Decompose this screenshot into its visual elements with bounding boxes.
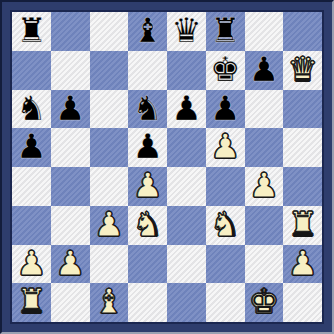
square-a6[interactable]: ♞ xyxy=(12,90,51,129)
square-b7[interactable] xyxy=(51,51,90,90)
square-g3[interactable] xyxy=(245,206,284,245)
piece-black-pawn[interactable]: ♟ xyxy=(171,90,201,128)
square-d1[interactable] xyxy=(128,283,167,322)
piece-black-rook[interactable]: ♜ xyxy=(210,12,240,50)
square-h1[interactable] xyxy=(283,283,322,322)
square-b4[interactable] xyxy=(51,167,90,206)
square-e7[interactable] xyxy=(167,51,206,90)
square-h2[interactable]: ♟ xyxy=(283,245,322,284)
piece-white-rook[interactable]: ♜ xyxy=(16,283,46,321)
square-a8[interactable]: ♜ xyxy=(12,12,51,51)
square-h6[interactable] xyxy=(283,90,322,129)
square-d7[interactable] xyxy=(128,51,167,90)
square-c5[interactable] xyxy=(90,128,129,167)
piece-black-knight[interactable]: ♞ xyxy=(132,90,162,128)
square-h5[interactable] xyxy=(283,128,322,167)
piece-black-knight[interactable]: ♞ xyxy=(16,90,46,128)
square-d6[interactable]: ♞ xyxy=(128,90,167,129)
square-a1[interactable]: ♜ xyxy=(12,283,51,322)
square-h7[interactable]: ♛ xyxy=(283,51,322,90)
square-h4[interactable] xyxy=(283,167,322,206)
square-e8[interactable]: ♛ xyxy=(167,12,206,51)
square-e5[interactable] xyxy=(167,128,206,167)
piece-white-pawn[interactable]: ♟ xyxy=(16,245,46,283)
board-frame: ♜♝♛♜♚♟♛♞♟♞♟♟♟♟♟♟♟♟♞♞♜♟♟♟♜♝♚ xyxy=(0,0,334,334)
piece-white-king[interactable]: ♚ xyxy=(249,283,279,321)
piece-black-pawn[interactable]: ♟ xyxy=(210,90,240,128)
piece-white-pawn[interactable]: ♟ xyxy=(249,167,279,205)
square-e1[interactable] xyxy=(167,283,206,322)
square-f4[interactable] xyxy=(206,167,245,206)
square-g5[interactable] xyxy=(245,128,284,167)
piece-black-king[interactable]: ♚ xyxy=(210,51,240,89)
square-f2[interactable] xyxy=(206,245,245,284)
square-g6[interactable] xyxy=(245,90,284,129)
square-d2[interactable] xyxy=(128,245,167,284)
square-b5[interactable] xyxy=(51,128,90,167)
piece-white-bishop[interactable]: ♝ xyxy=(94,283,124,321)
square-f7[interactable]: ♚ xyxy=(206,51,245,90)
square-d5[interactable]: ♟ xyxy=(128,128,167,167)
square-g8[interactable] xyxy=(245,12,284,51)
piece-black-pawn[interactable]: ♟ xyxy=(16,128,46,166)
piece-white-rook[interactable]: ♜ xyxy=(287,206,317,244)
piece-white-pawn[interactable]: ♟ xyxy=(132,167,162,205)
square-f8[interactable]: ♜ xyxy=(206,12,245,51)
piece-black-pawn[interactable]: ♟ xyxy=(132,128,162,166)
square-f6[interactable]: ♟ xyxy=(206,90,245,129)
piece-white-knight[interactable]: ♞ xyxy=(210,206,240,244)
square-e3[interactable] xyxy=(167,206,206,245)
square-g2[interactable] xyxy=(245,245,284,284)
square-c2[interactable] xyxy=(90,245,129,284)
square-d3[interactable]: ♞ xyxy=(128,206,167,245)
piece-black-rook[interactable]: ♜ xyxy=(16,12,46,50)
piece-white-pawn[interactable]: ♟ xyxy=(287,245,317,283)
square-g7[interactable]: ♟ xyxy=(245,51,284,90)
piece-white-knight[interactable]: ♞ xyxy=(132,206,162,244)
piece-white-pawn[interactable]: ♟ xyxy=(94,206,124,244)
square-b2[interactable]: ♟ xyxy=(51,245,90,284)
square-f5[interactable]: ♟ xyxy=(206,128,245,167)
square-c4[interactable] xyxy=(90,167,129,206)
square-b3[interactable] xyxy=(51,206,90,245)
square-b8[interactable] xyxy=(51,12,90,51)
square-h3[interactable]: ♜ xyxy=(283,206,322,245)
square-e2[interactable] xyxy=(167,245,206,284)
piece-white-queen[interactable]: ♛ xyxy=(287,51,317,89)
square-g4[interactable]: ♟ xyxy=(245,167,284,206)
square-d4[interactable]: ♟ xyxy=(128,167,167,206)
square-a4[interactable] xyxy=(12,167,51,206)
square-h8[interactable] xyxy=(283,12,322,51)
piece-black-bishop[interactable]: ♝ xyxy=(132,12,162,50)
square-c6[interactable] xyxy=(90,90,129,129)
square-a2[interactable]: ♟ xyxy=(12,245,51,284)
piece-white-pawn[interactable]: ♟ xyxy=(210,128,240,166)
square-c7[interactable] xyxy=(90,51,129,90)
chess-board: ♜♝♛♜♚♟♛♞♟♞♟♟♟♟♟♟♟♟♞♞♜♟♟♟♜♝♚ xyxy=(12,12,322,322)
square-e4[interactable] xyxy=(167,167,206,206)
piece-black-pawn[interactable]: ♟ xyxy=(55,90,85,128)
square-e6[interactable]: ♟ xyxy=(167,90,206,129)
piece-black-pawn[interactable]: ♟ xyxy=(249,51,279,89)
square-d8[interactable]: ♝ xyxy=(128,12,167,51)
square-a7[interactable] xyxy=(12,51,51,90)
square-f3[interactable]: ♞ xyxy=(206,206,245,245)
square-a5[interactable]: ♟ xyxy=(12,128,51,167)
board-rim: ♜♝♛♜♚♟♛♞♟♞♟♟♟♟♟♟♟♟♞♞♜♟♟♟♜♝♚ xyxy=(10,10,324,324)
piece-white-pawn[interactable]: ♟ xyxy=(55,245,85,283)
square-b1[interactable] xyxy=(51,283,90,322)
square-a3[interactable] xyxy=(12,206,51,245)
piece-black-queen[interactable]: ♛ xyxy=(171,12,201,50)
square-g1[interactable]: ♚ xyxy=(245,283,284,322)
square-c8[interactable] xyxy=(90,12,129,51)
square-c1[interactable]: ♝ xyxy=(90,283,129,322)
square-f1[interactable] xyxy=(206,283,245,322)
square-b6[interactable]: ♟ xyxy=(51,90,90,129)
square-c3[interactable]: ♟ xyxy=(90,206,129,245)
